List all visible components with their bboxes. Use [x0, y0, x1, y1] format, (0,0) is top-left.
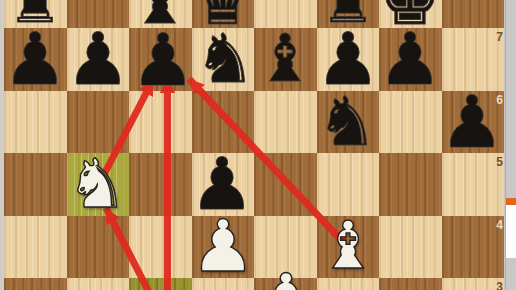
piece-black-knight-f6[interactable]: ♞	[317, 88, 378, 156]
square-g3[interactable]	[379, 278, 442, 290]
square-b4[interactable]	[67, 216, 130, 279]
rank-label-3: 3	[496, 280, 503, 290]
sidebar-segment-2	[506, 205, 516, 258]
piece-white-knight-b5[interactable]: ♞	[67, 150, 128, 218]
piece-white-pawn-e3[interactable]: ♟	[254, 264, 319, 290]
piece-black-pawn-c7[interactable]: ♟	[131, 24, 196, 96]
square-c4[interactable]	[129, 216, 192, 279]
square-b3[interactable]	[67, 278, 130, 290]
rank-label-7: 7	[496, 30, 503, 44]
piece-white-pawn-d4[interactable]: ♟	[191, 210, 256, 282]
square-h8[interactable]	[442, 0, 505, 28]
square-a5[interactable]	[4, 153, 67, 216]
piece-black-pawn-a7[interactable]: ♟	[3, 23, 68, 95]
square-e5[interactable]	[254, 153, 317, 216]
sidebar-segment-0	[506, 0, 516, 198]
rank-label-4: 4	[496, 218, 503, 232]
chess-analysis-screenshot: ♜♝♛♜♚♟♟♟♞♝♟♟♞♟♞♟♟♝♟ 76543	[0, 0, 516, 290]
piece-black-bishop-e7[interactable]: ♝	[255, 26, 314, 92]
square-h3[interactable]	[442, 278, 505, 290]
square-c3[interactable]	[129, 278, 192, 290]
square-a3[interactable]	[4, 278, 67, 290]
piece-black-pawn-g7[interactable]: ♟	[378, 23, 443, 95]
piece-black-pawn-b7[interactable]: ♟	[66, 23, 131, 95]
sidebar-segment-1	[506, 198, 516, 205]
piece-white-bishop-f4[interactable]: ♝	[318, 213, 377, 279]
sidebar-segment-3	[506, 258, 516, 290]
square-h4[interactable]	[442, 216, 505, 279]
right-sidebar-strip	[505, 0, 516, 290]
square-g5[interactable]	[379, 153, 442, 216]
piece-black-pawn-h6[interactable]: ♟	[440, 86, 505, 158]
square-e6[interactable]	[254, 91, 317, 154]
square-g4[interactable]	[379, 216, 442, 279]
page-background-strip-left	[0, 0, 4, 290]
square-c5[interactable]	[129, 153, 192, 216]
piece-black-knight-d7[interactable]: ♞	[195, 25, 256, 93]
square-a4[interactable]	[4, 216, 67, 279]
